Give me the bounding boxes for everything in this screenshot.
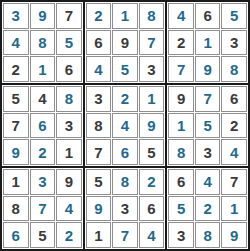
box-6: 976152834 (166, 84, 249, 167)
box-2: 218697453 (84, 1, 167, 84)
cell-r2c2[interactable]: 8 (30, 30, 56, 56)
cell-r3c9[interactable]: 8 (221, 56, 247, 82)
box-4: 548763921 (1, 84, 84, 167)
cell-r3c8[interactable]: 9 (195, 56, 221, 82)
cell-r4c7[interactable]: 9 (168, 86, 194, 112)
cell-r3c3[interactable]: 6 (56, 56, 82, 82)
cell-r4c2[interactable]: 4 (30, 86, 56, 112)
cell-r5c2[interactable]: 6 (30, 113, 56, 139)
cell-r8c4[interactable]: 9 (86, 196, 112, 222)
cell-r9c4[interactable]: 1 (86, 222, 112, 248)
cell-r9c9[interactable]: 9 (221, 222, 247, 248)
cell-r2c5[interactable]: 9 (112, 30, 138, 56)
cell-r2c3[interactable]: 5 (56, 30, 82, 56)
cell-r9c1[interactable]: 6 (3, 222, 29, 248)
cell-r6c3[interactable]: 1 (56, 139, 82, 165)
cell-r6c8[interactable]: 3 (195, 139, 221, 165)
cell-r8c9[interactable]: 1 (221, 196, 247, 222)
cell-r5c5[interactable]: 4 (112, 113, 138, 139)
cell-r1c9[interactable]: 5 (221, 3, 247, 29)
cell-r7c3[interactable]: 9 (56, 169, 82, 195)
box-1: 397485216 (1, 1, 84, 84)
cell-r6c2[interactable]: 2 (30, 139, 56, 165)
cell-r5c9[interactable]: 2 (221, 113, 247, 139)
cell-r4c5[interactable]: 2 (112, 86, 138, 112)
box-9: 647521389 (166, 167, 249, 250)
cell-r8c2[interactable]: 7 (30, 196, 56, 222)
cell-r2c8[interactable]: 1 (195, 30, 221, 56)
cell-r8c3[interactable]: 4 (56, 196, 82, 222)
sudoku-board: 3974852162186974534652137985487639213218… (0, 0, 250, 251)
cell-r8c1[interactable]: 8 (3, 196, 29, 222)
cell-r3c7[interactable]: 7 (168, 56, 194, 82)
box-8: 582936174 (84, 167, 167, 250)
cell-r2c9[interactable]: 3 (221, 30, 247, 56)
cell-r2c1[interactable]: 4 (3, 30, 29, 56)
cell-r6c5[interactable]: 6 (112, 139, 138, 165)
cell-r4c3[interactable]: 8 (56, 86, 82, 112)
cell-r2c7[interactable]: 2 (168, 30, 194, 56)
cell-r9c7[interactable]: 3 (168, 222, 194, 248)
cell-r6c1[interactable]: 9 (3, 139, 29, 165)
cell-r1c3[interactable]: 7 (56, 3, 82, 29)
box-5: 321849765 (84, 84, 167, 167)
cell-r7c1[interactable]: 1 (3, 169, 29, 195)
cell-r9c2[interactable]: 5 (30, 222, 56, 248)
cell-r8c7[interactable]: 5 (168, 196, 194, 222)
cell-r9c3[interactable]: 2 (56, 222, 82, 248)
cell-r6c7[interactable]: 8 (168, 139, 194, 165)
cell-r5c1[interactable]: 7 (3, 113, 29, 139)
cell-r5c7[interactable]: 1 (168, 113, 194, 139)
cell-r8c8[interactable]: 2 (195, 196, 221, 222)
cell-r6c9[interactable]: 4 (221, 139, 247, 165)
cell-r3c5[interactable]: 5 (112, 56, 138, 82)
cell-r7c7[interactable]: 6 (168, 169, 194, 195)
cell-r2c4[interactable]: 6 (86, 30, 112, 56)
cell-r1c5[interactable]: 1 (112, 3, 138, 29)
cell-r9c6[interactable]: 4 (139, 222, 165, 248)
cell-r6c6[interactable]: 5 (139, 139, 165, 165)
cell-r3c4[interactable]: 4 (86, 56, 112, 82)
cell-r7c5[interactable]: 8 (112, 169, 138, 195)
cell-r9c8[interactable]: 8 (195, 222, 221, 248)
cell-r7c6[interactable]: 2 (139, 169, 165, 195)
cell-r7c9[interactable]: 7 (221, 169, 247, 195)
cell-r1c4[interactable]: 2 (86, 3, 112, 29)
cell-r5c3[interactable]: 3 (56, 113, 82, 139)
cell-r7c2[interactable]: 3 (30, 169, 56, 195)
cell-r4c8[interactable]: 7 (195, 86, 221, 112)
cell-r9c5[interactable]: 7 (112, 222, 138, 248)
box-3: 465213798 (166, 1, 249, 84)
cell-r4c4[interactable]: 3 (86, 86, 112, 112)
cell-r1c1[interactable]: 3 (3, 3, 29, 29)
cell-r6c4[interactable]: 7 (86, 139, 112, 165)
cell-r2c6[interactable]: 7 (139, 30, 165, 56)
cell-r3c6[interactable]: 3 (139, 56, 165, 82)
box-7: 139874652 (1, 167, 84, 250)
cell-r4c1[interactable]: 5 (3, 86, 29, 112)
cell-r7c8[interactable]: 4 (195, 169, 221, 195)
cell-r4c6[interactable]: 1 (139, 86, 165, 112)
cell-r7c4[interactable]: 5 (86, 169, 112, 195)
cell-r3c1[interactable]: 2 (3, 56, 29, 82)
cell-r3c2[interactable]: 1 (30, 56, 56, 82)
cell-r1c6[interactable]: 8 (139, 3, 165, 29)
cell-r5c8[interactable]: 5 (195, 113, 221, 139)
cell-r8c6[interactable]: 6 (139, 196, 165, 222)
cell-r1c8[interactable]: 6 (195, 3, 221, 29)
cell-r1c7[interactable]: 4 (168, 3, 194, 29)
cell-r4c9[interactable]: 6 (221, 86, 247, 112)
cell-r1c2[interactable]: 9 (30, 3, 56, 29)
cell-r8c5[interactable]: 3 (112, 196, 138, 222)
cell-r5c6[interactable]: 9 (139, 113, 165, 139)
cell-r5c4[interactable]: 8 (86, 113, 112, 139)
